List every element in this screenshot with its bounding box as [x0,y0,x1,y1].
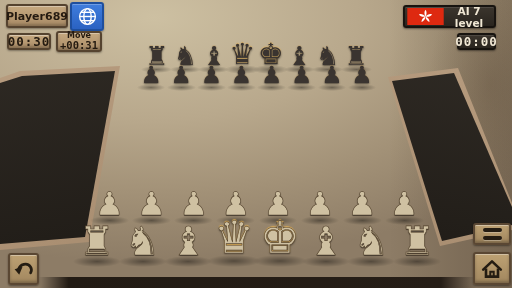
game-scene: ♜♞♝♛♚♝♞♜♟♟♟♟♟♟♟♟♟♟♟♟♟♟♟♟♜♞♝♛♚♝♞♜ Player6… [0,0,512,288]
square-a6[interactable] [127,92,165,113]
ai-name-plaque: AI 7 level [403,5,496,28]
home-icon [480,257,504,281]
piece-white-knight-g1[interactable]: ♞ [351,221,391,261]
piece-white-pawn-g2[interactable]: ♟ [346,188,378,220]
menu-button[interactable] [473,223,511,245]
square-d6[interactable] [224,92,256,113]
square-d5[interactable] [222,113,257,137]
piece-white-bishop-f1[interactable]: ♝ [306,221,346,261]
piece-black-pawn-e7[interactable]: ♟ [260,64,284,88]
piece-black-pawn-h7[interactable]: ♟ [350,64,374,88]
player-name: Player689 [6,10,68,23]
ai-name: AI 7 level [444,5,494,29]
square-b4[interactable] [146,136,188,163]
square-f5[interactable] [289,113,326,137]
square-c6[interactable] [192,92,226,113]
square-e4[interactable] [257,136,294,163]
piece-black-pawn-c7[interactable]: ♟ [199,64,223,88]
square-c5[interactable] [188,113,225,137]
piece-white-queen-d1[interactable]: ♛ [212,216,257,261]
piece-white-bishop-c1[interactable]: ♝ [168,221,208,261]
piece-white-knight-b1[interactable]: ♞ [123,221,163,261]
piece-black-pawn-b7[interactable]: ♟ [169,64,193,88]
piece-white-pawn-c2[interactable]: ♟ [178,188,210,220]
ai-clock-value: 00:00 [455,34,498,49]
square-h5[interactable] [354,113,395,137]
online-globe-button[interactable] [70,2,104,31]
square-g5[interactable] [321,113,360,137]
menu-lines-icon [483,226,502,242]
piece-white-pawn-a2[interactable]: ♟ [93,188,125,220]
piece-white-pawn-h2[interactable]: ♟ [388,188,420,220]
ai-clock: 00:00 [457,33,496,50]
player-clock: 00:30 [7,33,51,50]
piece-white-king-e1[interactable]: ♚ [257,216,302,261]
piece-black-pawn-f7[interactable]: ♟ [290,64,314,88]
square-c4[interactable] [183,136,222,163]
square-h4[interactable] [360,136,404,163]
square-a5[interactable] [119,113,160,137]
home-button[interactable] [473,252,511,285]
piece-white-rook-h1[interactable]: ♜ [397,221,437,261]
square-e6[interactable] [257,92,289,113]
player-name-plaque: Player689 [6,4,68,28]
player-clock-value: 00:30 [8,34,51,49]
square-h6[interactable] [348,92,386,113]
piece-white-pawn-f2[interactable]: ♟ [304,188,336,220]
piece-black-pawn-a7[interactable]: ♟ [139,64,163,88]
piece-black-pawn-g7[interactable]: ♟ [320,64,344,88]
square-b6[interactable] [159,92,195,113]
square-e5[interactable] [257,113,292,137]
move-bonus-plaque: Move +00:31 [56,31,102,52]
square-b5[interactable] [153,113,192,137]
move-bonus-value: +00:31 [60,40,98,51]
undo-button[interactable] [8,253,39,285]
piece-black-pawn-d7[interactable]: ♟ [230,64,254,88]
globe-icon [77,6,98,27]
board-front-shadow [38,277,476,288]
piece-white-pawn-b2[interactable]: ♟ [135,188,167,220]
square-f6[interactable] [287,92,321,113]
undo-arrow-icon [13,258,35,280]
square-d4[interactable] [220,136,257,163]
hong-kong-flag-icon [407,8,444,25]
square-g6[interactable] [318,92,354,113]
square-g4[interactable] [326,136,368,163]
piece-white-rook-a1[interactable]: ♜ [77,221,117,261]
square-a4[interactable] [109,136,153,163]
square-f4[interactable] [291,136,330,163]
